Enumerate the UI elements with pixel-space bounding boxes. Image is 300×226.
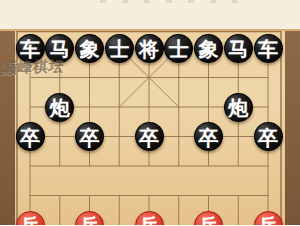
piece-black-cannon-right[interactable]: 炮	[224, 93, 253, 122]
piece-black-elephant-right[interactable]: 象	[194, 34, 223, 63]
piece-black-soldier-3[interactable]: 卒	[135, 122, 164, 151]
piece-black-soldier-2[interactable]: 卒	[75, 122, 104, 151]
piece-glyph: 卒	[258, 127, 278, 147]
piece-black-soldier-5[interactable]: 卒	[254, 122, 283, 151]
piece-glyph: 士	[169, 39, 189, 59]
piece-glyph: 马	[228, 39, 248, 59]
top-band	[0, 0, 300, 31]
piece-glyph: 象	[80, 39, 100, 59]
piece-glyph: 卒	[20, 127, 40, 147]
piece-glyph: 炮	[50, 98, 70, 118]
piece-glyph: 车	[20, 39, 40, 59]
piece-glyph: 卒	[199, 127, 219, 147]
screenshot-root: 车马象士将士象马车炮炮卒卒卒卒卒兵兵兵兵兵 巅峰棋坛	[0, 0, 300, 225]
piece-glyph: 兵	[80, 216, 100, 226]
piece-glyph: 兵	[20, 216, 40, 226]
piece-black-chariot-left[interactable]: 车	[16, 34, 45, 63]
piece-glyph: 士	[109, 39, 129, 59]
piece-black-advisor-right[interactable]: 士	[164, 34, 193, 63]
piece-black-chariot-right[interactable]: 车	[254, 34, 283, 63]
piece-glyph: 马	[50, 39, 70, 59]
cropped-text-remnants	[100, 0, 240, 3]
piece-glyph: 车	[258, 39, 278, 59]
piece-black-elephant-left[interactable]: 象	[75, 34, 104, 63]
piece-black-general[interactable]: 将	[135, 34, 164, 63]
piece-black-horse-left[interactable]: 马	[45, 34, 74, 63]
piece-black-horse-right[interactable]: 马	[224, 34, 253, 63]
piece-glyph: 兵	[199, 216, 219, 226]
piece-black-soldier-4[interactable]: 卒	[194, 122, 223, 151]
piece-glyph: 象	[199, 39, 219, 59]
piece-black-advisor-left[interactable]: 士	[105, 34, 134, 63]
piece-glyph: 兵	[258, 216, 278, 226]
piece-glyph: 兵	[139, 216, 159, 226]
piece-glyph: 炮	[228, 98, 248, 118]
piece-black-soldier-1[interactable]: 卒	[16, 122, 45, 151]
piece-glyph: 卒	[139, 127, 159, 147]
piece-glyph: 将	[139, 39, 159, 59]
piece-black-cannon-left[interactable]: 炮	[45, 93, 74, 122]
piece-glyph: 卒	[80, 127, 100, 147]
